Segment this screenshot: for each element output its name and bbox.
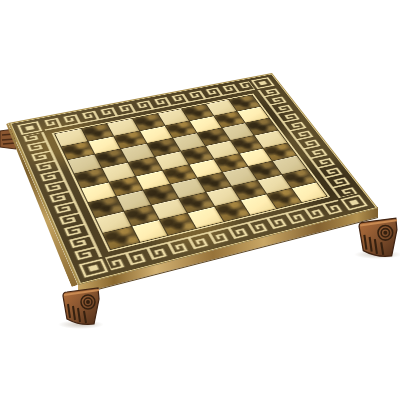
corner-motif-icon: [19, 122, 41, 134]
board-leg-front-left: [62, 286, 100, 330]
scroll-foot-icon: [62, 286, 100, 326]
board-leg-front-right: [358, 216, 398, 262]
chessboard: [8, 73, 378, 285]
product-photo-background: [0, 0, 400, 400]
scroll-foot-icon: [358, 216, 398, 258]
